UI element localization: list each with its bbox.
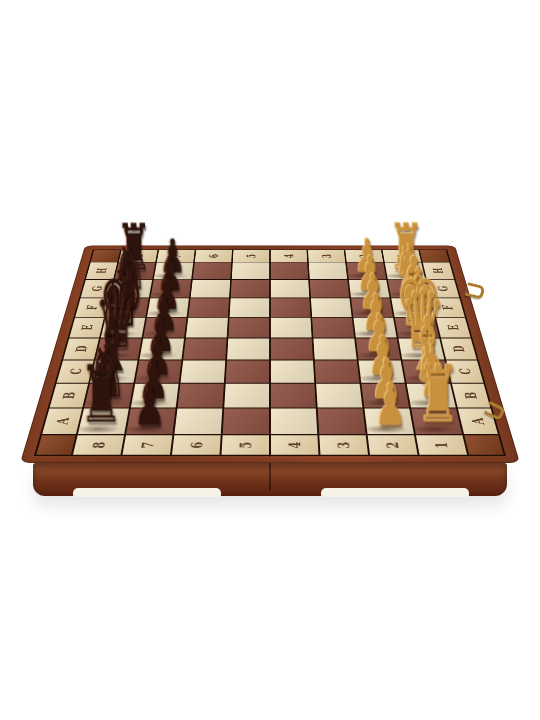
square-b4[interactable] xyxy=(271,384,316,408)
square-e6[interactable] xyxy=(186,318,228,338)
file-label: B xyxy=(59,392,79,399)
square-d5[interactable] xyxy=(227,338,269,359)
rank-label: 7 xyxy=(137,442,158,449)
square-a4[interactable] xyxy=(271,409,317,434)
rank-label-cell: 2 xyxy=(368,435,418,455)
square-a8[interactable]: ♜ xyxy=(78,409,129,434)
square-c6[interactable] xyxy=(181,360,226,382)
rank-label-cell: 4 xyxy=(271,250,307,262)
square-e3[interactable] xyxy=(312,318,354,338)
square-h6[interactable] xyxy=(193,262,231,279)
square-a1[interactable]: ♜ xyxy=(411,409,462,434)
file-label-cell: A xyxy=(42,409,82,434)
piece-black-rook-a8[interactable]: ♜ xyxy=(79,357,123,432)
square-b5[interactable] xyxy=(224,384,269,408)
square-e4[interactable] xyxy=(271,318,312,338)
square-f6[interactable] xyxy=(188,298,229,317)
square-d3[interactable] xyxy=(313,338,356,359)
square-h3[interactable] xyxy=(309,262,347,279)
board-fold-seam xyxy=(269,249,271,457)
square-b6[interactable] xyxy=(178,384,224,408)
square-d6[interactable] xyxy=(183,338,226,359)
piece-white-pawn-a2[interactable]: ♟ xyxy=(374,378,406,433)
square-a6[interactable] xyxy=(174,409,222,434)
rank-label-cell: 6 xyxy=(195,250,232,262)
square-g6[interactable] xyxy=(191,280,231,298)
square-f4[interactable] xyxy=(271,298,311,317)
square-a3[interactable] xyxy=(318,409,366,434)
board-front-edge xyxy=(33,463,507,496)
rank-label: 3 xyxy=(319,254,334,258)
square-e5[interactable] xyxy=(228,318,269,338)
board-foot xyxy=(73,488,221,497)
square-a2[interactable]: ♟ xyxy=(364,409,413,434)
board-foot xyxy=(321,488,469,497)
rank-label-cell: 7 xyxy=(122,435,172,455)
rank-label: 4 xyxy=(285,442,305,449)
rank-label: 5 xyxy=(236,442,256,449)
piece-white-rook-a1[interactable]: ♜ xyxy=(417,357,461,432)
square-f3[interactable] xyxy=(311,298,352,317)
square-h5[interactable] xyxy=(232,262,269,279)
square-a7[interactable]: ♟ xyxy=(126,409,175,434)
rank-label-cell: 5 xyxy=(221,435,269,455)
rank-label: 5 xyxy=(244,254,259,258)
rank-label: 1 xyxy=(431,442,452,449)
square-h4[interactable] xyxy=(271,262,308,279)
rank-label: 6 xyxy=(187,442,207,449)
rank-label: 6 xyxy=(206,254,221,258)
file-label: A xyxy=(52,418,73,425)
board-corner xyxy=(464,435,503,455)
rank-label-cell: 3 xyxy=(319,435,368,455)
rank-label: 8 xyxy=(88,442,109,449)
square-a5[interactable] xyxy=(223,409,269,434)
product-photo: 87654321H♜♟♟♜HG♞♟♟♞GF♝♟♟♝FE♚♟♟♚ED♛♟♟♛DC♝… xyxy=(0,0,540,720)
rank-label-cell: 6 xyxy=(172,435,221,455)
chess-board: 87654321H♜♟♟♜HG♞♟♟♞GF♝♟♟♝FE♚♟♟♚ED♛♟♟♛DC♝… xyxy=(20,246,520,463)
rank-label-cell: 3 xyxy=(308,250,345,262)
square-f5[interactable] xyxy=(230,298,270,317)
rank-label-cell: 8 xyxy=(73,435,124,455)
piece-black-pawn-a7[interactable]: ♟ xyxy=(134,378,166,433)
square-c5[interactable] xyxy=(226,360,269,382)
square-g4[interactable] xyxy=(271,280,310,298)
front-fold-seam xyxy=(269,463,271,490)
rank-label-cell: 1 xyxy=(416,435,467,455)
rank-label-cell: 4 xyxy=(271,435,319,455)
rank-label: 2 xyxy=(382,442,403,449)
rank-label: 3 xyxy=(333,442,353,449)
rank-label: 4 xyxy=(281,254,296,258)
square-d4[interactable] xyxy=(271,338,313,359)
rank-label-cell: 5 xyxy=(233,250,269,262)
file-label: B xyxy=(461,392,481,399)
square-c4[interactable] xyxy=(271,360,314,382)
square-g3[interactable] xyxy=(310,280,350,298)
file-label: A xyxy=(467,418,488,425)
square-g5[interactable] xyxy=(231,280,270,298)
square-c3[interactable] xyxy=(315,360,360,382)
board-corner xyxy=(36,435,75,455)
square-b3[interactable] xyxy=(316,384,362,408)
